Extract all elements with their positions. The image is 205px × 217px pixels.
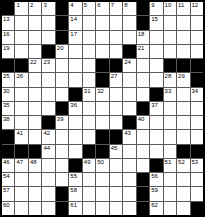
- grid-cell-r9c11[interactable]: 40: [137, 116, 149, 129]
- grid-cell-r14c4[interactable]: [42, 187, 54, 200]
- grid-cell-r8c7[interactable]: [83, 102, 95, 115]
- grid-cell-r7c5[interactable]: [56, 88, 68, 101]
- grid-cell-r13c5[interactable]: [56, 173, 68, 186]
- grid-cell-r2c9[interactable]: [110, 16, 122, 29]
- grid-cell-r15c3[interactable]: [29, 202, 41, 215]
- clue-number-13: 13: [3, 16, 10, 23]
- grid-cell-r6c6[interactable]: [69, 73, 81, 86]
- grid-cell-r2c4[interactable]: [42, 16, 54, 29]
- grid-cell-r15c14[interactable]: [177, 202, 189, 215]
- grid-cell-r12c3[interactable]: 48: [29, 159, 41, 172]
- grid-cell-r3c2[interactable]: [15, 31, 27, 44]
- grid-cell-r14c6[interactable]: 58: [69, 187, 81, 200]
- grid-cell-r3c8[interactable]: [96, 31, 108, 44]
- grid-cell-r6c14[interactable]: 29: [177, 73, 189, 86]
- grid-cell-r14c14[interactable]: [177, 187, 189, 200]
- grid-cell-r3c6[interactable]: 17: [69, 31, 81, 44]
- grid-cell-r7c8[interactable]: 32: [96, 88, 108, 101]
- clue-number-5: 5: [84, 2, 87, 9]
- clue-number-37: 37: [151, 102, 158, 109]
- grid-cell-r2c7[interactable]: [83, 16, 95, 29]
- grid-cell-r1c4[interactable]: 3: [42, 2, 54, 15]
- grid-cell-r13c14[interactable]: [177, 173, 189, 186]
- grid-cell-r15c2[interactable]: [15, 202, 27, 215]
- grid-cell-r1c9[interactable]: 7: [110, 2, 122, 15]
- grid-cell-r9c12[interactable]: [150, 116, 162, 129]
- grid-cell-r12c5[interactable]: [56, 159, 68, 172]
- block-cell-r11c7: [83, 145, 95, 158]
- grid-cell-r14c1[interactable]: 57: [2, 187, 14, 200]
- grid-cell-r15c7[interactable]: [83, 202, 95, 215]
- clue-number-56: 56: [151, 173, 158, 180]
- grid-cell-r14c13[interactable]: [164, 187, 176, 200]
- grid-cell-r11c13[interactable]: [164, 145, 176, 158]
- grid-cell-r13c8[interactable]: [96, 173, 108, 186]
- clue-number-1: 1: [16, 2, 19, 9]
- grid-cell-r8c9[interactable]: [110, 102, 122, 115]
- grid-cell-r4c15[interactable]: [191, 45, 203, 58]
- grid-cell-r8c12[interactable]: 37: [150, 102, 162, 115]
- grid-cell-r2c10[interactable]: [123, 16, 135, 29]
- clue-number-48: 48: [30, 159, 37, 166]
- grid-cell-r3c12[interactable]: [150, 31, 162, 44]
- grid-cell-r12c4[interactable]: [42, 159, 54, 172]
- grid-cell-r2c8[interactable]: [96, 16, 108, 29]
- clue-number-61: 61: [70, 202, 77, 209]
- grid-cell-r11c10[interactable]: [123, 145, 135, 158]
- block-cell-r11c8: [96, 145, 108, 158]
- clue-number-31: 31: [84, 88, 91, 95]
- grid-cell-r5c3[interactable]: 22: [29, 59, 41, 72]
- block-cell-r10c9: [110, 130, 122, 143]
- grid-cell-r14c15[interactable]: [191, 187, 203, 200]
- grid-cell-r7c1[interactable]: 30: [2, 88, 14, 101]
- grid-cell-r6c9[interactable]: 27: [110, 73, 122, 86]
- block-cell-r6c8: [96, 73, 108, 86]
- clue-number-45: 45: [111, 145, 118, 152]
- grid-cell-r1c6[interactable]: 4: [69, 2, 81, 15]
- grid-cell-r13c7[interactable]: [83, 173, 95, 186]
- clue-number-26: 26: [16, 73, 23, 80]
- grid-cell-r4c13[interactable]: [164, 45, 176, 58]
- grid-cell-r12c2[interactable]: 47: [15, 159, 27, 172]
- grid-cell-r12c10[interactable]: [123, 159, 135, 172]
- clue-number-10: 10: [165, 2, 172, 9]
- grid-cell-r4c8[interactable]: [96, 45, 108, 58]
- block-cell-r7c6: [69, 88, 81, 101]
- grid-cell-r14c8[interactable]: [96, 187, 108, 200]
- grid-cell-r6c7[interactable]: [83, 73, 95, 86]
- grid-cell-r1c7[interactable]: 5: [83, 2, 95, 15]
- grid-cell-r12c7[interactable]: 49: [83, 159, 95, 172]
- block-cell-r8c11: [137, 102, 149, 115]
- grid-cell-r9c14[interactable]: [177, 116, 189, 129]
- grid-cell-r5c11[interactable]: [137, 59, 149, 72]
- clue-number-9: 9: [151, 2, 154, 9]
- grid-cell-r6c1[interactable]: 25: [2, 73, 14, 86]
- grid-cell-r15c6[interactable]: 61: [69, 202, 81, 215]
- clue-number-32: 32: [97, 88, 104, 95]
- grid-cell-r10c15[interactable]: [191, 130, 203, 143]
- clue-number-11: 11: [178, 2, 184, 9]
- grid-cell-r13c4[interactable]: [42, 173, 54, 186]
- block-cell-r5c2: [15, 59, 27, 72]
- clue-number-36: 36: [70, 102, 77, 109]
- grid-cell-r4c3[interactable]: [29, 45, 41, 58]
- grid-cell-r4c7[interactable]: [83, 45, 95, 58]
- grid-cell-r14c10[interactable]: [123, 187, 135, 200]
- grid-cell-r12c1[interactable]: 46: [2, 159, 14, 172]
- clue-number-30: 30: [3, 88, 10, 95]
- clue-number-52: 52: [178, 159, 185, 166]
- clue-number-59: 59: [151, 187, 158, 194]
- grid-cell-r15c1[interactable]: 60: [2, 202, 14, 215]
- grid-cell-r6c12[interactable]: [150, 73, 162, 86]
- grid-cell-r2c15[interactable]: [191, 16, 203, 29]
- block-cell-r1c11: [137, 2, 149, 15]
- grid-cell-r8c6[interactable]: 36: [69, 102, 81, 115]
- block-cell-r9c10: [123, 116, 135, 129]
- grid-cell-r6c4[interactable]: [42, 73, 54, 86]
- block-cell-r11c2: [15, 145, 27, 158]
- grid-cell-r7c2[interactable]: [15, 88, 27, 101]
- grid-cell-r2c1[interactable]: 13: [2, 16, 14, 29]
- grid-cell-r7c15[interactable]: 34: [191, 88, 203, 101]
- clue-number-57: 57: [3, 187, 10, 194]
- grid-cell-r11c9[interactable]: 45: [110, 145, 122, 158]
- block-cell-r10c8: [96, 130, 108, 143]
- grid-cell-r11c6[interactable]: [69, 145, 81, 158]
- grid-cell-r14c9[interactable]: [110, 187, 122, 200]
- grid-cell-r6c13[interactable]: 28: [164, 73, 176, 86]
- grid-cell-r9c3[interactable]: [29, 116, 41, 129]
- block-cell-r5c9: [110, 59, 122, 72]
- grid-cell-r10c3[interactable]: [29, 130, 41, 143]
- grid-cell-r8c2[interactable]: [15, 102, 27, 115]
- grid-cell-r14c2[interactable]: [15, 187, 27, 200]
- grid-cell-r15c12[interactable]: 62: [150, 202, 162, 215]
- grid-cell-r13c15[interactable]: [191, 173, 203, 186]
- grid-cell-r8c15[interactable]: [191, 102, 203, 115]
- grid-cell-r13c6[interactable]: 55: [69, 173, 81, 186]
- block-cell-r11c14: [177, 145, 189, 158]
- crossword-grid: 1234567891011121314151617181920212223242…: [0, 0, 205, 217]
- crossword-puzzle: 1234567891011121314151617181920212223242…: [0, 0, 205, 217]
- block-cell-r6c15: [191, 73, 203, 86]
- grid-cell-r13c3[interactable]: [29, 173, 41, 186]
- grid-cell-r7c10[interactable]: [123, 88, 135, 101]
- clue-number-3: 3: [43, 2, 46, 9]
- grid-cell-r1c12[interactable]: 9: [150, 2, 162, 15]
- clue-number-22: 22: [30, 59, 37, 66]
- block-cell-r5c13: [164, 59, 176, 72]
- grid-cell-r1c3[interactable]: 2: [29, 2, 41, 15]
- grid-cell-r12c14[interactable]: 52: [177, 159, 189, 172]
- grid-cell-r10c5[interactable]: [56, 130, 68, 143]
- clue-number-53: 53: [192, 159, 199, 166]
- block-cell-r3c5: [56, 31, 68, 44]
- block-cell-r7c12: [150, 88, 162, 101]
- grid-cell-r10c12[interactable]: [150, 130, 162, 143]
- grid-cell-r9c13[interactable]: [164, 116, 176, 129]
- grid-cell-r4c9[interactable]: [110, 45, 122, 58]
- clue-number-25: 25: [3, 73, 10, 80]
- grid-cell-r4c12[interactable]: [150, 45, 162, 58]
- grid-cell-r10c6[interactable]: [69, 130, 81, 143]
- grid-cell-r5c4[interactable]: 23: [42, 59, 54, 72]
- clue-number-44: 44: [43, 145, 50, 152]
- grid-cell-r3c7[interactable]: [83, 31, 95, 44]
- grid-cell-r11c12[interactable]: [150, 145, 162, 158]
- grid-cell-r4c5[interactable]: 20: [56, 45, 68, 58]
- block-cell-r10c1: [2, 130, 14, 143]
- grid-cell-r9c1[interactable]: 38: [2, 116, 14, 129]
- block-cell-r5c14: [177, 59, 189, 72]
- clue-number-58: 58: [70, 187, 77, 194]
- clue-number-7: 7: [111, 2, 114, 9]
- grid-cell-r10c2[interactable]: 41: [15, 130, 27, 143]
- clue-number-29: 29: [178, 73, 185, 80]
- grid-cell-r8c13[interactable]: [164, 102, 176, 115]
- block-cell-r4c4: [42, 45, 54, 58]
- grid-cell-r3c10[interactable]: [123, 31, 135, 44]
- clue-number-16: 16: [3, 31, 10, 38]
- grid-cell-r15c9[interactable]: [110, 202, 122, 215]
- grid-cell-r2c14[interactable]: [177, 16, 189, 29]
- grid-cell-r12c15[interactable]: 53: [191, 159, 203, 172]
- block-cell-r15c5: [56, 202, 68, 215]
- grid-cell-r10c10[interactable]: 43: [123, 130, 135, 143]
- block-cell-r11c3: [29, 145, 41, 158]
- grid-cell-r13c9[interactable]: [110, 173, 122, 186]
- grid-cell-r5c7[interactable]: [83, 59, 95, 72]
- clue-number-51: 51: [165, 159, 172, 166]
- grid-cell-r6c10[interactable]: [123, 73, 135, 86]
- grid-cell-r15c4[interactable]: [42, 202, 54, 215]
- grid-cell-r4c2[interactable]: [15, 45, 27, 58]
- grid-cell-r7c14[interactable]: [177, 88, 189, 101]
- grid-cell-r10c13[interactable]: [164, 130, 176, 143]
- grid-cell-r11c11[interactable]: [137, 145, 149, 158]
- clue-number-46: 46: [3, 159, 10, 166]
- block-cell-r12c6: [69, 159, 81, 172]
- grid-cell-r9c2[interactable]: [15, 116, 27, 129]
- grid-cell-r7c9[interactable]: [110, 88, 122, 101]
- grid-cell-r10c4[interactable]: 42: [42, 130, 54, 143]
- grid-cell-r9c6[interactable]: [69, 116, 81, 129]
- grid-cell-r3c9[interactable]: [110, 31, 122, 44]
- clue-number-24: 24: [124, 59, 131, 66]
- block-cell-r14c5: [56, 187, 68, 200]
- block-cell-r5c8: [96, 59, 108, 72]
- clue-number-8: 8: [124, 2, 127, 9]
- block-cell-r11c1: [2, 145, 14, 158]
- clue-number-17: 17: [70, 31, 77, 38]
- clue-number-42: 42: [43, 130, 50, 137]
- grid-cell-r1c15[interactable]: 12: [191, 2, 203, 15]
- grid-cell-r1c14[interactable]: 11: [177, 2, 189, 15]
- clue-number-33: 33: [165, 88, 172, 95]
- block-cell-r12c12: [150, 159, 162, 172]
- block-cell-r11c15: [191, 145, 203, 158]
- clue-number-35: 35: [3, 102, 10, 109]
- clue-number-38: 38: [3, 116, 10, 123]
- clue-number-12: 12: [192, 2, 199, 9]
- grid-cell-r8c8[interactable]: [96, 102, 108, 115]
- grid-cell-r9c7[interactable]: [83, 116, 95, 129]
- grid-cell-r4c6[interactable]: [69, 45, 81, 58]
- block-cell-r15c11: [137, 202, 149, 215]
- block-cell-r13c11: [137, 173, 149, 186]
- grid-cell-r12c13[interactable]: 51: [164, 159, 176, 172]
- clue-number-41: 41: [16, 130, 23, 137]
- grid-cell-r4c11[interactable]: 21: [137, 45, 149, 58]
- block-cell-r15c15: [191, 202, 203, 215]
- grid-cell-r2c13[interactable]: [164, 16, 176, 29]
- clue-number-28: 28: [165, 73, 172, 80]
- clue-number-54: 54: [3, 173, 10, 180]
- clue-number-40: 40: [138, 116, 145, 123]
- grid-cell-r2c12[interactable]: 15: [150, 16, 162, 29]
- grid-cell-r10c7[interactable]: [83, 130, 95, 143]
- block-cell-r5c15: [191, 59, 203, 72]
- grid-cell-r13c10[interactable]: [123, 173, 135, 186]
- clue-number-18: 18: [138, 31, 145, 38]
- clue-number-39: 39: [57, 116, 64, 123]
- grid-cell-r7c4[interactable]: [42, 88, 54, 101]
- grid-cell-r7c11[interactable]: [137, 88, 149, 101]
- grid-cell-r11c5[interactable]: [56, 145, 68, 158]
- grid-cell-r13c13[interactable]: [164, 173, 176, 186]
- grid-cell-r2c2[interactable]: [15, 16, 27, 29]
- clue-number-27: 27: [111, 73, 118, 80]
- grid-cell-r8c3[interactable]: [29, 102, 41, 115]
- grid-cell-r6c5[interactable]: [56, 73, 68, 86]
- grid-cell-r13c1[interactable]: 54: [2, 173, 14, 186]
- grid-cell-r3c15[interactable]: [191, 31, 203, 44]
- grid-cell-r1c2[interactable]: 1: [15, 2, 27, 15]
- grid-cell-r13c2[interactable]: [15, 173, 27, 186]
- grid-cell-r12c8[interactable]: 50: [96, 159, 108, 172]
- grid-cell-r8c1[interactable]: 35: [2, 102, 14, 115]
- grid-cell-r7c13[interactable]: 33: [164, 88, 176, 101]
- grid-cell-r5c10[interactable]: 24: [123, 59, 135, 72]
- grid-cell-r15c8[interactable]: [96, 202, 108, 215]
- grid-cell-r9c8[interactable]: [96, 116, 108, 129]
- grid-cell-r8c10[interactable]: [123, 102, 135, 115]
- grid-cell-r12c11[interactable]: [137, 159, 149, 172]
- clue-number-15: 15: [151, 16, 158, 23]
- grid-cell-r1c8[interactable]: 6: [96, 2, 108, 15]
- grid-cell-r3c1[interactable]: 16: [2, 31, 14, 44]
- block-cell-r2c5: [56, 16, 68, 29]
- grid-cell-r3c3[interactable]: [29, 31, 41, 44]
- clue-number-20: 20: [57, 45, 64, 52]
- clue-number-55: 55: [70, 173, 77, 180]
- block-cell-r4c10: [123, 45, 135, 58]
- grid-cell-r5c12[interactable]: [150, 59, 162, 72]
- grid-cell-r6c2[interactable]: 26: [15, 73, 27, 86]
- grid-cell-r1c13[interactable]: 10: [164, 2, 176, 15]
- grid-cell-r10c11[interactable]: [137, 130, 149, 143]
- clue-number-60: 60: [3, 202, 10, 209]
- grid-cell-r12c9[interactable]: [110, 159, 122, 172]
- clue-number-47: 47: [16, 159, 23, 166]
- grid-cell-r7c3[interactable]: [29, 88, 41, 101]
- block-cell-r9c4: [42, 116, 54, 129]
- clue-number-50: 50: [97, 159, 104, 166]
- grid-cell-r4c14[interactable]: [177, 45, 189, 58]
- grid-cell-r11c4[interactable]: 44: [42, 145, 54, 158]
- clue-number-19: 19: [3, 45, 10, 52]
- grid-cell-r6c11[interactable]: [137, 73, 149, 86]
- grid-cell-r3c11[interactable]: 18: [137, 31, 149, 44]
- grid-cell-r14c3[interactable]: [29, 187, 41, 200]
- block-cell-r2c11: [137, 16, 149, 29]
- grid-cell-r9c15[interactable]: [191, 116, 203, 129]
- block-cell-r8c5: [56, 102, 68, 115]
- grid-cell-r15c10[interactable]: [123, 202, 135, 215]
- clue-number-62: 62: [151, 202, 158, 209]
- grid-cell-r3c13[interactable]: [164, 31, 176, 44]
- clue-number-6: 6: [97, 2, 100, 9]
- grid-cell-r8c4[interactable]: [42, 102, 54, 115]
- block-cell-r1c1: [2, 2, 14, 15]
- clue-number-43: 43: [124, 130, 131, 137]
- grid-cell-r1c10[interactable]: 8: [123, 2, 135, 15]
- grid-cell-r13c12[interactable]: 56: [150, 173, 162, 186]
- grid-cell-r3c4[interactable]: [42, 31, 54, 44]
- clue-number-23: 23: [43, 59, 50, 66]
- block-cell-r5c1: [2, 59, 14, 72]
- grid-cell-r4c1[interactable]: 19: [2, 45, 14, 58]
- grid-cell-r8c14[interactable]: [177, 102, 189, 115]
- grid-cell-r9c9[interactable]: [110, 116, 122, 129]
- grid-cell-r3c14[interactable]: [177, 31, 189, 44]
- grid-cell-r10c14[interactable]: [177, 130, 189, 143]
- grid-cell-r15c13[interactable]: [164, 202, 176, 215]
- clue-number-49: 49: [84, 159, 91, 166]
- clue-number-34: 34: [192, 88, 199, 95]
- block-cell-r1c5: [56, 2, 68, 15]
- grid-cell-r14c7[interactable]: [83, 187, 95, 200]
- grid-cell-r5c5[interactable]: [56, 59, 68, 72]
- grid-cell-r5c6[interactable]: [69, 59, 81, 72]
- grid-cell-r2c3[interactable]: [29, 16, 41, 29]
- grid-cell-r14c12[interactable]: 59: [150, 187, 162, 200]
- grid-cell-r2c6[interactable]: 14: [69, 16, 81, 29]
- clue-number-4: 4: [70, 2, 73, 9]
- grid-cell-r9c5[interactable]: 39: [56, 116, 68, 129]
- grid-cell-r6c3[interactable]: [29, 73, 41, 86]
- clue-number-21: 21: [138, 45, 145, 52]
- clue-number-14: 14: [70, 16, 77, 23]
- block-cell-r14c11: [137, 187, 149, 200]
- grid-cell-r7c7[interactable]: 31: [83, 88, 95, 101]
- clue-number-2: 2: [30, 2, 33, 9]
